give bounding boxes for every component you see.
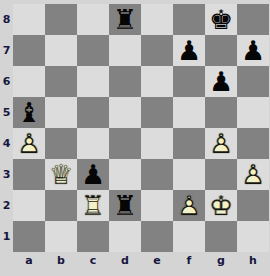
square-g1[interactable]	[205, 221, 237, 252]
square-e5[interactable]	[141, 97, 173, 128]
white-king[interactable]: ♚♔	[205, 190, 237, 221]
square-b5[interactable]	[45, 97, 77, 128]
white-pawn[interactable]: ♟♙	[205, 128, 237, 159]
file-label-c: c	[77, 253, 109, 268]
square-f4[interactable]	[173, 128, 205, 159]
square-d7[interactable]	[109, 35, 141, 66]
square-c3[interactable]: ♟	[77, 159, 109, 190]
black-pawn[interactable]: ♟	[205, 66, 237, 97]
square-d1[interactable]	[109, 221, 141, 252]
square-a3[interactable]	[13, 159, 45, 190]
black-bishop-glyph: ♝	[13, 97, 45, 128]
square-h3[interactable]: ♟♙	[237, 159, 269, 190]
square-h5[interactable]	[237, 97, 269, 128]
white-pawn[interactable]: ♟♙	[237, 159, 269, 190]
square-c8[interactable]	[77, 4, 109, 35]
square-a5[interactable]: ♝	[13, 97, 45, 128]
square-a4[interactable]: ♟♙	[13, 128, 45, 159]
rank-label-8: 8	[0, 4, 13, 35]
square-f5[interactable]	[173, 97, 205, 128]
black-pawn-glyph: ♟	[173, 35, 205, 66]
white-pawn-outline: ♙	[205, 128, 237, 159]
square-b1[interactable]	[45, 221, 77, 252]
square-c6[interactable]	[77, 66, 109, 97]
file-label-f: f	[173, 253, 205, 268]
white-king-outline: ♔	[205, 190, 237, 221]
square-a6[interactable]	[13, 66, 45, 97]
square-b4[interactable]	[45, 128, 77, 159]
black-bishop[interactable]: ♝	[13, 97, 45, 128]
square-d4[interactable]	[109, 128, 141, 159]
file-label-e: e	[141, 253, 173, 268]
black-rook-glyph: ♜	[109, 190, 141, 221]
square-g5[interactable]	[205, 97, 237, 128]
file-labels: abcdefgh	[13, 253, 269, 268]
black-pawn[interactable]: ♟	[173, 35, 205, 66]
square-c2[interactable]: ♜♖	[77, 190, 109, 221]
square-e8[interactable]	[141, 4, 173, 35]
rank-label-4: 4	[0, 128, 13, 159]
square-d2[interactable]: ♜	[109, 190, 141, 221]
square-e3[interactable]	[141, 159, 173, 190]
square-f8[interactable]	[173, 4, 205, 35]
square-f6[interactable]	[173, 66, 205, 97]
black-pawn-glyph: ♟	[77, 159, 109, 190]
square-f3[interactable]	[173, 159, 205, 190]
square-e2[interactable]	[141, 190, 173, 221]
file-label-a: a	[13, 253, 45, 268]
square-g2[interactable]: ♚♔	[205, 190, 237, 221]
black-pawn-glyph: ♟	[205, 66, 237, 97]
rank-labels: 87654321	[0, 4, 13, 252]
rank-label-1: 1	[0, 221, 13, 252]
square-g6[interactable]: ♟	[205, 66, 237, 97]
square-b2[interactable]	[45, 190, 77, 221]
black-king[interactable]: ♚	[205, 4, 237, 35]
white-queen[interactable]: ♛♕	[45, 159, 77, 190]
square-h2[interactable]	[237, 190, 269, 221]
black-king-glyph: ♚	[205, 4, 237, 35]
square-c1[interactable]	[77, 221, 109, 252]
square-b7[interactable]	[45, 35, 77, 66]
square-g3[interactable]	[205, 159, 237, 190]
chess-diagram: 87654321 ♜♚♟♟♟♝♟♙♟♙♛♕♟♟♙♜♖♜♟♙♚♔ abcdefgh	[0, 0, 270, 276]
black-rook[interactable]: ♜	[109, 190, 141, 221]
square-c4[interactable]	[77, 128, 109, 159]
file-label-d: d	[109, 253, 141, 268]
square-d5[interactable]	[109, 97, 141, 128]
square-h4[interactable]	[237, 128, 269, 159]
square-b6[interactable]	[45, 66, 77, 97]
square-b8[interactable]	[45, 4, 77, 35]
white-queen-outline: ♕	[45, 159, 77, 190]
square-b3[interactable]: ♛♕	[45, 159, 77, 190]
square-a1[interactable]	[13, 221, 45, 252]
white-pawn-outline: ♙	[173, 190, 205, 221]
square-f1[interactable]	[173, 221, 205, 252]
file-label-h: h	[237, 253, 269, 268]
square-d6[interactable]	[109, 66, 141, 97]
file-label-g: g	[205, 253, 237, 268]
square-e4[interactable]	[141, 128, 173, 159]
white-pawn[interactable]: ♟♙	[13, 128, 45, 159]
white-pawn-outline: ♙	[13, 128, 45, 159]
black-pawn[interactable]: ♟	[77, 159, 109, 190]
square-f7[interactable]: ♟	[173, 35, 205, 66]
square-h7[interactable]: ♟	[237, 35, 269, 66]
square-a7[interactable]	[13, 35, 45, 66]
square-c5[interactable]	[77, 97, 109, 128]
square-d3[interactable]	[109, 159, 141, 190]
square-a2[interactable]	[13, 190, 45, 221]
white-rook[interactable]: ♜♖	[77, 190, 109, 221]
square-e6[interactable]	[141, 66, 173, 97]
black-pawn-glyph: ♟	[237, 35, 269, 66]
square-g7[interactable]	[205, 35, 237, 66]
rank-label-7: 7	[0, 35, 13, 66]
rank-label-3: 3	[0, 159, 13, 190]
black-rook[interactable]: ♜	[109, 4, 141, 35]
square-g4[interactable]: ♟♙	[205, 128, 237, 159]
square-h6[interactable]	[237, 66, 269, 97]
square-f2[interactable]: ♟♙	[173, 190, 205, 221]
square-g8[interactable]: ♚	[205, 4, 237, 35]
rank-label-5: 5	[0, 97, 13, 128]
chess-board: ♜♚♟♟♟♝♟♙♟♙♛♕♟♟♙♜♖♜♟♙♚♔	[13, 4, 269, 252]
rank-label-6: 6	[0, 66, 13, 97]
white-pawn-outline: ♙	[237, 159, 269, 190]
square-a8[interactable]	[13, 4, 45, 35]
white-rook-outline: ♖	[77, 190, 109, 221]
square-d8[interactable]: ♜	[109, 4, 141, 35]
white-pawn[interactable]: ♟♙	[173, 190, 205, 221]
black-pawn[interactable]: ♟	[237, 35, 269, 66]
rank-label-2: 2	[0, 190, 13, 221]
black-rook-glyph: ♜	[109, 4, 141, 35]
square-e7[interactable]	[141, 35, 173, 66]
square-h8[interactable]	[237, 4, 269, 35]
square-c7[interactable]	[77, 35, 109, 66]
square-h1[interactable]	[237, 221, 269, 252]
file-label-b: b	[45, 253, 77, 268]
square-e1[interactable]	[141, 221, 173, 252]
